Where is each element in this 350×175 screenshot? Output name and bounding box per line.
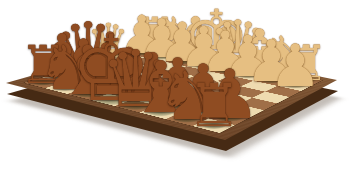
chess-set-product-photo[interactable]: ♜♞♝♚♛♝♞♜♟♟♟♟♟♟♟♟♛♛♟♟♟♟♟♟♟♟♜♞♝♚♛♝♞♜ [0, 0, 350, 175]
